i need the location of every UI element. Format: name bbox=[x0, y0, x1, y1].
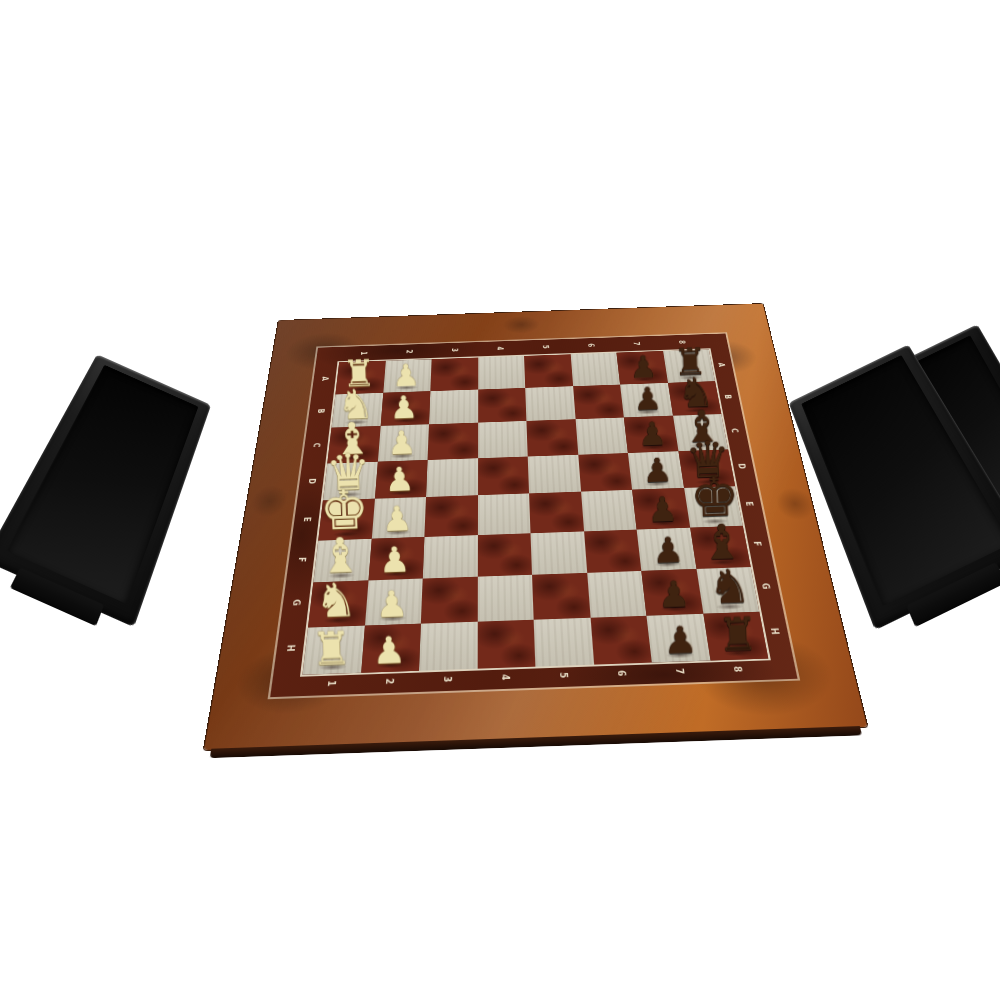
square-a2[interactable]: ♟ bbox=[383, 359, 432, 392]
square-g7[interactable]: ♟ bbox=[641, 569, 702, 615]
board-grid: ♜♟♟♜♞♟♟♞♝♟♟♝♛♟♟♛♚♟♟♚♝♟♟♝♞♟♟♞♜♟♟♜ bbox=[300, 348, 771, 677]
square-d5[interactable] bbox=[528, 454, 581, 493]
piece-white-pawn[interactable]: ♟ bbox=[382, 501, 414, 536]
piece-black-knight[interactable]: ♞ bbox=[708, 562, 752, 610]
coord-rank-top-3: 3 bbox=[450, 348, 458, 352]
square-f7[interactable]: ♟ bbox=[637, 527, 696, 571]
piece-white-pawn[interactable]: ♟ bbox=[384, 462, 415, 496]
coord-file-left-B: B bbox=[316, 408, 325, 413]
coord-rank-bottom-5: 5 bbox=[557, 672, 568, 678]
piece-black-pawn[interactable]: ♟ bbox=[657, 575, 691, 612]
product-photo-scene: ♜♟♟♜♞♟♟♞♝♟♟♝♛♟♟♛♚♟♟♚♝♟♟♝♞♟♟♞♜♟♟♜ AA11BB2… bbox=[0, 0, 1000, 1000]
coord-rank-top-5: 5 bbox=[541, 345, 549, 349]
square-a4[interactable] bbox=[478, 356, 525, 389]
coord-file-left-E: E bbox=[302, 516, 312, 521]
square-f3[interactable] bbox=[423, 535, 478, 579]
piece-white-pawn[interactable]: ♟ bbox=[372, 631, 407, 669]
square-h3[interactable] bbox=[419, 621, 477, 670]
square-e2[interactable]: ♟ bbox=[371, 497, 426, 538]
piece-black-pawn[interactable]: ♟ bbox=[663, 621, 698, 659]
piece-white-pawn[interactable]: ♟ bbox=[379, 541, 412, 577]
coord-rank-bottom-3: 3 bbox=[441, 676, 451, 682]
playing-field: ♜♟♟♜♞♟♟♞♝♟♟♝♛♟♟♛♚♟♟♚♝♟♟♝♞♟♟♞♜♟♟♜ AA11BB2… bbox=[270, 333, 797, 697]
piece-white-knight[interactable]: ♞ bbox=[314, 576, 358, 624]
square-b4[interactable] bbox=[478, 388, 527, 423]
coord-rank-top-4: 4 bbox=[495, 346, 503, 350]
square-a6[interactable] bbox=[570, 353, 620, 386]
square-d3[interactable] bbox=[426, 458, 478, 497]
piece-black-rook[interactable]: ♜ bbox=[717, 611, 759, 658]
square-a3[interactable] bbox=[430, 358, 478, 391]
piece-tray-left bbox=[0, 354, 211, 627]
square-h2[interactable]: ♟ bbox=[361, 623, 421, 673]
square-g6[interactable] bbox=[587, 571, 647, 617]
square-c3[interactable] bbox=[428, 423, 478, 460]
square-b6[interactable] bbox=[573, 384, 624, 419]
tray-left-cavity bbox=[6, 365, 198, 604]
coord-file-right-B: B bbox=[723, 394, 732, 399]
square-d6[interactable] bbox=[578, 453, 632, 492]
square-h4[interactable] bbox=[477, 619, 535, 668]
coord-rank-bottom-8: 8 bbox=[731, 666, 742, 672]
piece-white-pawn[interactable]: ♟ bbox=[387, 426, 417, 459]
coord-file-right-G: G bbox=[760, 582, 771, 589]
piece-black-pawn[interactable]: ♟ bbox=[651, 532, 684, 568]
coord-file-left-A: A bbox=[320, 376, 329, 381]
piece-white-pawn[interactable]: ♟ bbox=[375, 585, 409, 622]
coord-file-right-E: E bbox=[744, 501, 754, 506]
square-b7[interactable]: ♟ bbox=[620, 383, 673, 418]
square-h7[interactable]: ♟ bbox=[646, 613, 710, 662]
coord-rank-bottom-7: 7 bbox=[673, 668, 684, 674]
square-e3[interactable] bbox=[424, 495, 477, 536]
square-f2[interactable]: ♟ bbox=[368, 537, 424, 581]
square-c5[interactable] bbox=[526, 419, 577, 456]
piece-black-pawn[interactable]: ♟ bbox=[646, 491, 678, 526]
coord-rank-top-7: 7 bbox=[631, 342, 640, 346]
coord-file-left-G: G bbox=[291, 599, 302, 606]
square-e4[interactable] bbox=[477, 493, 530, 534]
coord-file-left-H: H bbox=[285, 644, 296, 651]
square-g8[interactable]: ♞ bbox=[696, 567, 759, 613]
coord-rank-bottom-2: 2 bbox=[383, 678, 394, 684]
square-d4[interactable] bbox=[478, 456, 530, 495]
square-c2[interactable]: ♟ bbox=[377, 424, 429, 461]
piece-white-pawn[interactable]: ♟ bbox=[390, 392, 419, 424]
square-c4[interactable] bbox=[478, 421, 528, 458]
square-b3[interactable] bbox=[429, 389, 478, 424]
square-g5[interactable] bbox=[532, 573, 590, 619]
coord-file-right-C: C bbox=[729, 428, 739, 433]
square-b5[interactable] bbox=[525, 386, 575, 421]
coord-rank-bottom-1: 1 bbox=[325, 680, 336, 686]
piece-white-pawn[interactable]: ♟ bbox=[392, 359, 420, 390]
square-g2[interactable]: ♟ bbox=[364, 579, 422, 626]
piece-black-pawn[interactable]: ♟ bbox=[637, 417, 667, 450]
coord-rank-bottom-4: 4 bbox=[499, 674, 509, 680]
coord-file-left-C: C bbox=[312, 442, 321, 447]
square-c6[interactable] bbox=[575, 418, 628, 455]
square-g4[interactable] bbox=[477, 575, 533, 621]
piece-black-pawn[interactable]: ♟ bbox=[633, 383, 662, 415]
square-f5[interactable] bbox=[530, 531, 586, 575]
piece-black-pawn[interactable]: ♟ bbox=[642, 453, 673, 487]
piece-black-pawn[interactable]: ♟ bbox=[629, 351, 657, 382]
square-e7[interactable]: ♟ bbox=[632, 488, 690, 529]
chessboard: ♜♟♟♜♞♟♟♞♝♟♟♝♛♟♟♛♚♟♟♚♝♟♟♝♞♟♟♞♜♟♟♜ AA11BB2… bbox=[204, 304, 867, 750]
coord-file-right-A: A bbox=[716, 362, 725, 367]
square-g3[interactable] bbox=[421, 577, 477, 624]
coord-rank-top-6: 6 bbox=[586, 343, 594, 347]
coord-file-left-D: D bbox=[307, 478, 317, 484]
board-edge bbox=[209, 726, 862, 758]
square-f6[interactable] bbox=[584, 529, 642, 573]
square-a5[interactable] bbox=[524, 354, 573, 387]
coord-file-right-F: F bbox=[751, 541, 761, 546]
square-e6[interactable] bbox=[581, 490, 637, 531]
square-f4[interactable] bbox=[477, 533, 532, 577]
piece-white-rook[interactable]: ♜ bbox=[310, 625, 352, 672]
square-h6[interactable] bbox=[590, 615, 652, 664]
square-c7[interactable]: ♟ bbox=[624, 416, 678, 453]
square-d2[interactable]: ♟ bbox=[374, 460, 427, 499]
coord-rank-bottom-6: 6 bbox=[615, 670, 626, 676]
square-b2[interactable]: ♟ bbox=[380, 391, 430, 426]
square-h1[interactable]: ♜ bbox=[302, 625, 364, 675]
coord-file-left-F: F bbox=[296, 557, 306, 562]
square-d7[interactable]: ♟ bbox=[628, 451, 684, 490]
coord-rank-top-2: 2 bbox=[404, 350, 412, 354]
square-e5[interactable] bbox=[529, 492, 583, 533]
square-h8[interactable]: ♜ bbox=[703, 611, 768, 660]
square-h5[interactable] bbox=[534, 617, 594, 666]
square-g1[interactable]: ♞ bbox=[308, 580, 368, 627]
coord-file-right-H: H bbox=[768, 627, 779, 634]
